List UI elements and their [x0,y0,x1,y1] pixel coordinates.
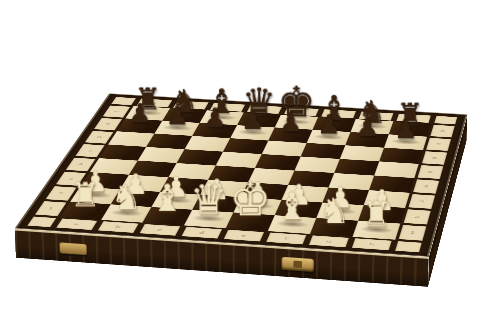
brass-hinge [59,243,86,256]
board-3d-scene: abcdefgh8877665544332211abcdefgh ♜♞♝♛♚♝♞… [0,0,500,333]
piece-black-pawn-h7[interactable]: ♟ [377,80,435,142]
coordinate-mark: 6 [432,156,438,159]
coordinate-mark: g [373,115,378,118]
coordinate-mark: h [411,117,416,120]
product-photo-scene: abcdefgh8877665544332211abcdefgh ♜♞♝♛♚♝♞… [0,0,500,333]
piece-white-rook-h1[interactable]: ♜ [345,162,409,230]
chess-board: abcdefgh8877665544332211abcdefgh ♜♞♝♛♚♝♞… [15,93,468,256]
brass-clasp [281,256,313,271]
coordinate-mark: 8 [440,130,445,133]
coordinate-mark: 7 [436,143,441,146]
